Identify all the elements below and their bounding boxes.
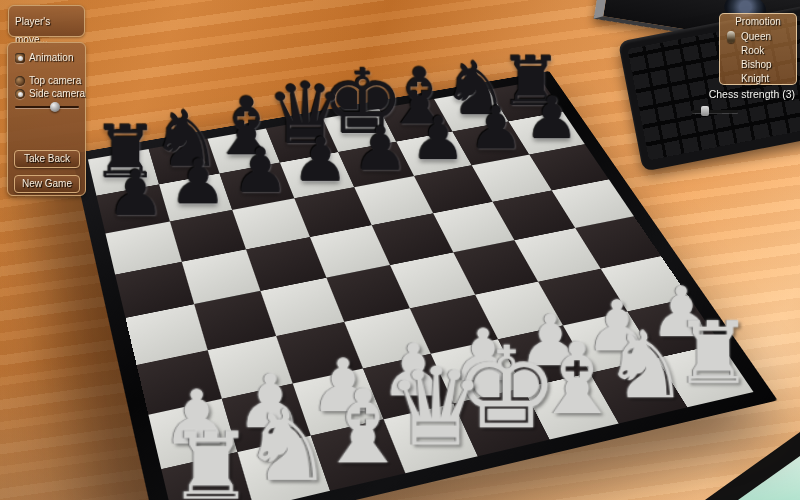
animation-row: Animation <box>8 52 85 64</box>
chess-strength-label: Chess strength (3) <box>685 88 795 100</box>
camera-slider-row <box>8 101 85 113</box>
promotion-panel: Promotion Queen Rook Bishop Knight <box>719 13 797 85</box>
promotion-rook-label: Rook <box>741 45 764 57</box>
animation-checkbox[interactable] <box>15 53 25 63</box>
piece-white-rook[interactable]: ♜ <box>168 423 254 500</box>
promotion-option-rook[interactable]: Rook <box>720 45 796 58</box>
status-text: Player's move... <box>15 16 50 45</box>
promotion-option-queen[interactable]: Queen <box>720 31 796 44</box>
promotion-option-bishop[interactable]: Bishop <box>720 59 796 72</box>
promotion-knight-label: Knight <box>741 73 769 85</box>
chess-strength-slider-handle[interactable] <box>701 106 709 116</box>
top-camera-row: Top camera <box>8 75 85 87</box>
promotion-option-knight[interactable]: Knight <box>720 73 796 86</box>
take-back-button[interactable]: Take Back <box>14 150 80 168</box>
square-d6[interactable] <box>294 187 372 237</box>
square-a1[interactable]: ♜ <box>161 452 253 500</box>
piece-black-pawn[interactable]: ♟ <box>169 153 227 212</box>
board-perspective-wrap: ♜♞♝♛♚♝♞♜♟♟♟♟♟♟♟♟♟♟♟♟♟♟♟♟♜♞♝♛♚♝♞♜ <box>0 0 800 500</box>
promotion-title: Promotion <box>720 16 796 27</box>
camera-slider-handle[interactable] <box>50 102 60 112</box>
piece-black-pawn[interactable]: ♟ <box>411 111 467 168</box>
chess-strength-slider-track[interactable] <box>692 110 738 113</box>
camera-slider-track[interactable] <box>15 106 79 108</box>
piece-black-pawn[interactable]: ♟ <box>292 131 349 189</box>
promotion-selected-radio[interactable] <box>727 31 735 43</box>
top-camera-label: Top camera <box>29 75 81 87</box>
animation-label: Animation <box>29 52 73 64</box>
side-camera-row: Side camera <box>8 88 85 100</box>
scene: ♜♞♝♛♚♝♞♜♟♟♟♟♟♟♟♟♟♟♟♟♟♟♟♟♜♞♝♛♚♝♞♜ Player'… <box>0 0 800 500</box>
promotion-queen-label: Queen <box>741 31 771 43</box>
new-game-button[interactable]: New Game <box>14 175 80 193</box>
promotion-bishop-label: Bishop <box>741 59 772 71</box>
board-frame: ♜♞♝♛♚♝♞♜♟♟♟♟♟♟♟♟♟♟♟♟♟♟♟♟♜♞♝♛♚♝♞♜ <box>71 71 777 500</box>
chess-board[interactable]: ♜♞♝♛♚♝♞♜♟♟♟♟♟♟♟♟♟♟♟♟♟♟♟♟♜♞♝♛♚♝♞♜ <box>88 80 754 500</box>
status-box: Player's move... <box>8 5 85 37</box>
piece-black-pawn[interactable]: ♟ <box>106 164 165 224</box>
piece-black-pawn[interactable]: ♟ <box>525 91 580 147</box>
piece-white-knight[interactable]: ♞ <box>242 400 334 494</box>
side-camera-label: Side camera <box>29 88 85 100</box>
piece-black-pawn[interactable]: ♟ <box>231 142 289 201</box>
side-camera-radio[interactable] <box>15 89 25 99</box>
control-panel: Animation Top camera Side camera Take Ba… <box>7 42 86 196</box>
piece-black-pawn[interactable]: ♟ <box>468 101 523 157</box>
top-camera-radio[interactable] <box>15 76 25 86</box>
piece-black-pawn[interactable]: ♟ <box>352 121 408 178</box>
